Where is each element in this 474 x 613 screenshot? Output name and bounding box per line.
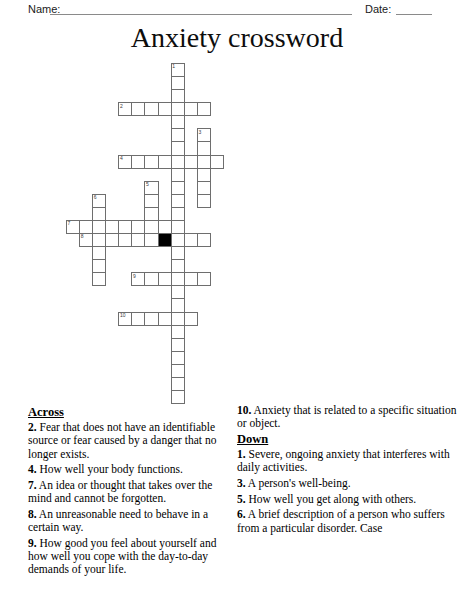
grid-cell[interactable] — [144, 233, 158, 247]
clue-item-number: 10. — [237, 404, 251, 416]
grid-cell[interactable] — [210, 155, 224, 169]
grid-cell[interactable] — [171, 259, 185, 273]
grid-cell[interactable] — [171, 390, 185, 404]
grid-cell[interactable] — [171, 246, 185, 260]
grid-cell[interactable] — [171, 141, 185, 155]
grid-cell[interactable] — [197, 194, 211, 208]
grid-cell[interactable] — [131, 102, 145, 116]
clue-item-text: How well you get along with others. — [246, 493, 417, 505]
grid-cell[interactable] — [144, 207, 158, 221]
grid-cell[interactable] — [197, 181, 211, 195]
crossword-grid: 12345678910 — [66, 63, 224, 404]
grid-cell-black — [158, 233, 172, 247]
clue-item-text: An unreasonable need to behave in a cert… — [28, 508, 208, 533]
name-input-line[interactable] — [50, 2, 352, 15]
clue-item-number: 7. — [28, 479, 37, 491]
grid-cell[interactable] — [144, 272, 158, 286]
clue-item-text: A brief description of a person who suff… — [237, 508, 445, 533]
grid-cell[interactable] — [66, 220, 80, 234]
clue-item-text: Anxiety that is related to a specific si… — [237, 404, 456, 429]
grid-cell[interactable] — [118, 102, 132, 116]
grid-cell[interactable] — [171, 207, 185, 221]
clue-item-4: 4. How well your body functions. — [28, 463, 233, 476]
grid-cell[interactable] — [144, 312, 158, 326]
grid-cell[interactable] — [92, 194, 106, 208]
grid-cell[interactable] — [197, 272, 211, 286]
grid-cell[interactable] — [118, 155, 132, 169]
date-input-line[interactable] — [396, 2, 432, 15]
grid-cell[interactable] — [118, 312, 132, 326]
grid-cell[interactable] — [79, 233, 93, 247]
grid-cell[interactable] — [171, 168, 185, 182]
grid-cell[interactable] — [171, 155, 185, 169]
across-heading: Across — [28, 406, 233, 419]
clue-item-9: 9. How good you feel about yourself and … — [28, 537, 233, 577]
grid-cell[interactable] — [158, 272, 172, 286]
clue-item-10: 10. Anxiety that is related to a specifi… — [237, 404, 467, 430]
grid-cell[interactable] — [131, 155, 145, 169]
clue-item-number: 3. — [237, 477, 246, 489]
clue-item-number: 2. — [28, 421, 37, 433]
grid-cell[interactable] — [197, 141, 211, 155]
grid-cell[interactable] — [171, 364, 185, 378]
grid-cell[interactable] — [79, 220, 93, 234]
grid-cell[interactable] — [144, 194, 158, 208]
clue-item-text: How good you feel about yourself and how… — [28, 537, 216, 575]
clue-item-2: 2. Fear that does not have an identifiab… — [28, 421, 233, 461]
date-label: Date: — [365, 3, 391, 15]
grid-cell[interactable] — [158, 155, 172, 169]
down-clues-section: 10. Anxiety that is related to a specifi… — [237, 404, 467, 537]
grid-cell[interactable] — [158, 102, 172, 116]
grid-cell[interactable] — [171, 377, 185, 391]
grid-cell[interactable] — [171, 63, 185, 77]
grid-cell[interactable] — [171, 272, 185, 286]
grid-cell[interactable] — [171, 181, 185, 195]
across-clues-section: Across 2. Fear that does not have an ide… — [28, 406, 233, 579]
grid-cell[interactable] — [92, 272, 106, 286]
grid-cell[interactable] — [144, 220, 158, 234]
grid-cell[interactable] — [105, 233, 119, 247]
clue-item-6: 6. A brief description of a person who s… — [237, 508, 467, 534]
grid-cell[interactable] — [105, 220, 119, 234]
grid-cell[interactable] — [144, 155, 158, 169]
grid-cell[interactable] — [144, 181, 158, 195]
grid-cell[interactable] — [184, 312, 198, 326]
grid-cell[interactable] — [171, 338, 185, 352]
grid-cell[interactable] — [131, 312, 145, 326]
grid-cell[interactable] — [158, 220, 172, 234]
grid-cell[interactable] — [171, 115, 185, 129]
grid-cell[interactable] — [184, 155, 198, 169]
clue-item-number: 8. — [28, 508, 37, 520]
clue-item-text: Fear that does not have an identifiable … — [28, 421, 216, 459]
grid-cell[interactable] — [197, 155, 211, 169]
grid-cell[interactable] — [171, 194, 185, 208]
clue-item-text: Severe, ongoing anxiety that interferes … — [237, 448, 450, 473]
grid-cell[interactable] — [171, 220, 185, 234]
grid-cell[interactable] — [197, 128, 211, 142]
grid-cell[interactable] — [131, 233, 145, 247]
down-clue-list: 1. Severe, ongoing anxiety that interfer… — [237, 448, 467, 535]
grid-cell[interactable] — [131, 272, 145, 286]
page-title: Anxiety crossword — [0, 22, 474, 54]
grid-cell[interactable] — [92, 220, 106, 234]
clue-item-7: 7. An idea or thought that takes over th… — [28, 479, 233, 505]
grid-cell[interactable] — [171, 89, 185, 103]
clue-item-text: An idea or thought that takes over the m… — [28, 479, 212, 504]
clue-item-number: 9. — [28, 537, 37, 549]
clue-item-1: 1. Severe, ongoing anxiety that interfer… — [237, 448, 467, 474]
grid-cell[interactable] — [171, 76, 185, 90]
grid-cell[interactable] — [184, 102, 198, 116]
clue-item-text: A person's well-being. — [246, 477, 351, 489]
across-clue-list: 2. Fear that does not have an identifiab… — [28, 421, 233, 576]
clue-item-text: How well your body functions. — [37, 463, 183, 475]
grid-cell[interactable] — [92, 207, 106, 221]
clue-item-number: 5. — [237, 493, 246, 505]
grid-cell[interactable] — [171, 285, 185, 299]
grid-cell[interactable] — [131, 220, 145, 234]
grid-cell[interactable] — [171, 351, 185, 365]
grid-cell[interactable] — [118, 233, 132, 247]
grid-cell[interactable] — [197, 233, 211, 247]
grid-cell[interactable] — [92, 246, 106, 260]
grid-cell[interactable] — [184, 272, 198, 286]
grid-cell[interactable] — [118, 220, 132, 234]
clue-item-3: 3. A person's well-being. — [237, 477, 467, 490]
grid-cell[interactable] — [184, 233, 198, 247]
clue-item-5: 5. How well you get along with others. — [237, 493, 467, 506]
grid-cell[interactable] — [171, 102, 185, 116]
clue-item-number: 4. — [28, 463, 37, 475]
across-clue-overflow-list: 10. Anxiety that is related to a specifi… — [237, 404, 467, 430]
grid-cell[interactable] — [92, 233, 106, 247]
down-heading: Down — [237, 433, 467, 446]
grid-cell[interactable] — [158, 312, 172, 326]
grid-cell[interactable] — [197, 102, 211, 116]
clue-item-number: 6. — [237, 508, 246, 520]
clue-item-8: 8. An unreasonable need to behave in a c… — [28, 508, 233, 534]
clue-item-number: 1. — [237, 448, 246, 460]
grid-cell[interactable] — [92, 259, 106, 273]
grid-cell[interactable] — [171, 128, 185, 142]
grid-cell[interactable] — [171, 325, 185, 339]
grid-cell[interactable] — [171, 298, 185, 312]
grid-cell[interactable] — [197, 168, 211, 182]
grid-cell[interactable] — [171, 312, 185, 326]
grid-cell[interactable] — [144, 102, 158, 116]
grid-cell[interactable] — [171, 233, 185, 247]
